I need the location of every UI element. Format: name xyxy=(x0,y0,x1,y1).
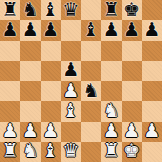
black-king[interactable]: ♚ xyxy=(123,0,140,19)
square-c7[interactable]: ♟ xyxy=(41,20,61,40)
white-rook[interactable]: ♜ xyxy=(2,142,19,161)
square-a3[interactable] xyxy=(0,101,20,121)
chess-board: ♜♞♝♛♜♚♟♟♟♝♟♟♟♟♟♞♝♞♟♟♟♟♟♟♜♞♝♛♜♚ xyxy=(0,0,162,162)
white-pawn[interactable]: ♟ xyxy=(143,122,160,141)
square-d5[interactable]: ♟ xyxy=(61,61,81,81)
square-e5[interactable] xyxy=(81,61,101,81)
square-d2[interactable] xyxy=(61,122,81,142)
white-bishop[interactable]: ♝ xyxy=(62,101,79,120)
square-e7[interactable]: ♝ xyxy=(81,20,101,40)
square-e8[interactable] xyxy=(81,0,101,20)
square-g7[interactable]: ♟ xyxy=(122,20,142,40)
square-d6[interactable] xyxy=(61,41,81,61)
square-c6[interactable] xyxy=(41,41,61,61)
square-a7[interactable]: ♟ xyxy=(0,20,20,40)
square-a5[interactable] xyxy=(0,61,20,81)
square-c1[interactable]: ♝ xyxy=(41,142,61,162)
black-bishop[interactable]: ♝ xyxy=(83,20,100,39)
square-a6[interactable] xyxy=(0,41,20,61)
square-h7[interactable]: ♟ xyxy=(142,20,162,40)
square-c8[interactable]: ♝ xyxy=(41,0,61,20)
white-rook[interactable]: ♜ xyxy=(103,142,120,161)
square-f5[interactable] xyxy=(101,61,121,81)
black-pawn[interactable]: ♟ xyxy=(143,20,160,39)
black-pawn[interactable]: ♟ xyxy=(62,61,79,80)
square-f7[interactable]: ♟ xyxy=(101,20,121,40)
square-e1[interactable] xyxy=(81,142,101,162)
square-g8[interactable]: ♚ xyxy=(122,0,142,20)
square-b1[interactable]: ♞ xyxy=(20,142,40,162)
black-pawn[interactable]: ♟ xyxy=(103,20,120,39)
square-e2[interactable] xyxy=(81,122,101,142)
white-pawn[interactable]: ♟ xyxy=(62,81,79,100)
white-pawn[interactable]: ♟ xyxy=(123,122,140,141)
square-f1[interactable]: ♜ xyxy=(101,142,121,162)
square-d3[interactable]: ♝ xyxy=(61,101,81,121)
square-c5[interactable] xyxy=(41,61,61,81)
black-bishop[interactable]: ♝ xyxy=(42,0,59,19)
square-h2[interactable]: ♟ xyxy=(142,122,162,142)
square-b3[interactable] xyxy=(20,101,40,121)
square-f3[interactable]: ♞ xyxy=(101,101,121,121)
square-a8[interactable]: ♜ xyxy=(0,0,20,20)
white-pawn[interactable]: ♟ xyxy=(42,122,59,141)
square-b2[interactable]: ♟ xyxy=(20,122,40,142)
black-rook[interactable]: ♜ xyxy=(103,0,120,19)
square-a4[interactable] xyxy=(0,81,20,101)
square-e6[interactable] xyxy=(81,41,101,61)
square-b8[interactable]: ♞ xyxy=(20,0,40,20)
black-pawn[interactable]: ♟ xyxy=(22,20,39,39)
white-pawn[interactable]: ♟ xyxy=(103,122,120,141)
square-f4[interactable] xyxy=(101,81,121,101)
square-g4[interactable] xyxy=(122,81,142,101)
square-b5[interactable] xyxy=(20,61,40,81)
square-h8[interactable] xyxy=(142,0,162,20)
square-f6[interactable] xyxy=(101,41,121,61)
square-d1[interactable]: ♛ xyxy=(61,142,81,162)
white-bishop[interactable]: ♝ xyxy=(42,142,59,161)
square-d4[interactable]: ♟ xyxy=(61,81,81,101)
square-c2[interactable]: ♟ xyxy=(41,122,61,142)
square-h4[interactable] xyxy=(142,81,162,101)
black-queen[interactable]: ♛ xyxy=(62,0,79,19)
square-a2[interactable]: ♟ xyxy=(0,122,20,142)
white-pawn[interactable]: ♟ xyxy=(22,122,39,141)
square-h6[interactable] xyxy=(142,41,162,61)
white-king[interactable]: ♚ xyxy=(123,142,140,161)
square-e4[interactable]: ♞ xyxy=(81,81,101,101)
square-h1[interactable] xyxy=(142,142,162,162)
white-queen[interactable]: ♛ xyxy=(62,142,79,161)
square-g2[interactable]: ♟ xyxy=(122,122,142,142)
square-b7[interactable]: ♟ xyxy=(20,20,40,40)
square-d7[interactable] xyxy=(61,20,81,40)
square-g3[interactable] xyxy=(122,101,142,121)
square-c4[interactable] xyxy=(41,81,61,101)
square-a1[interactable]: ♜ xyxy=(0,142,20,162)
square-f8[interactable]: ♜ xyxy=(101,0,121,20)
white-pawn[interactable]: ♟ xyxy=(2,122,19,141)
black-rook[interactable]: ♜ xyxy=(2,0,19,19)
square-b4[interactable] xyxy=(20,81,40,101)
square-e3[interactable] xyxy=(81,101,101,121)
square-h5[interactable] xyxy=(142,61,162,81)
square-h3[interactable] xyxy=(142,101,162,121)
black-knight[interactable]: ♞ xyxy=(22,0,39,19)
square-g1[interactable]: ♚ xyxy=(122,142,142,162)
square-b6[interactable] xyxy=(20,41,40,61)
square-f2[interactable]: ♟ xyxy=(101,122,121,142)
black-pawn[interactable]: ♟ xyxy=(42,20,59,39)
white-knight[interactable]: ♞ xyxy=(103,101,120,120)
square-c3[interactable] xyxy=(41,101,61,121)
square-g6[interactable] xyxy=(122,41,142,61)
white-knight[interactable]: ♞ xyxy=(22,142,39,161)
black-pawn[interactable]: ♟ xyxy=(123,20,140,39)
black-pawn[interactable]: ♟ xyxy=(2,20,19,39)
square-d8[interactable]: ♛ xyxy=(61,0,81,20)
square-g5[interactable] xyxy=(122,61,142,81)
black-knight[interactable]: ♞ xyxy=(83,81,100,100)
